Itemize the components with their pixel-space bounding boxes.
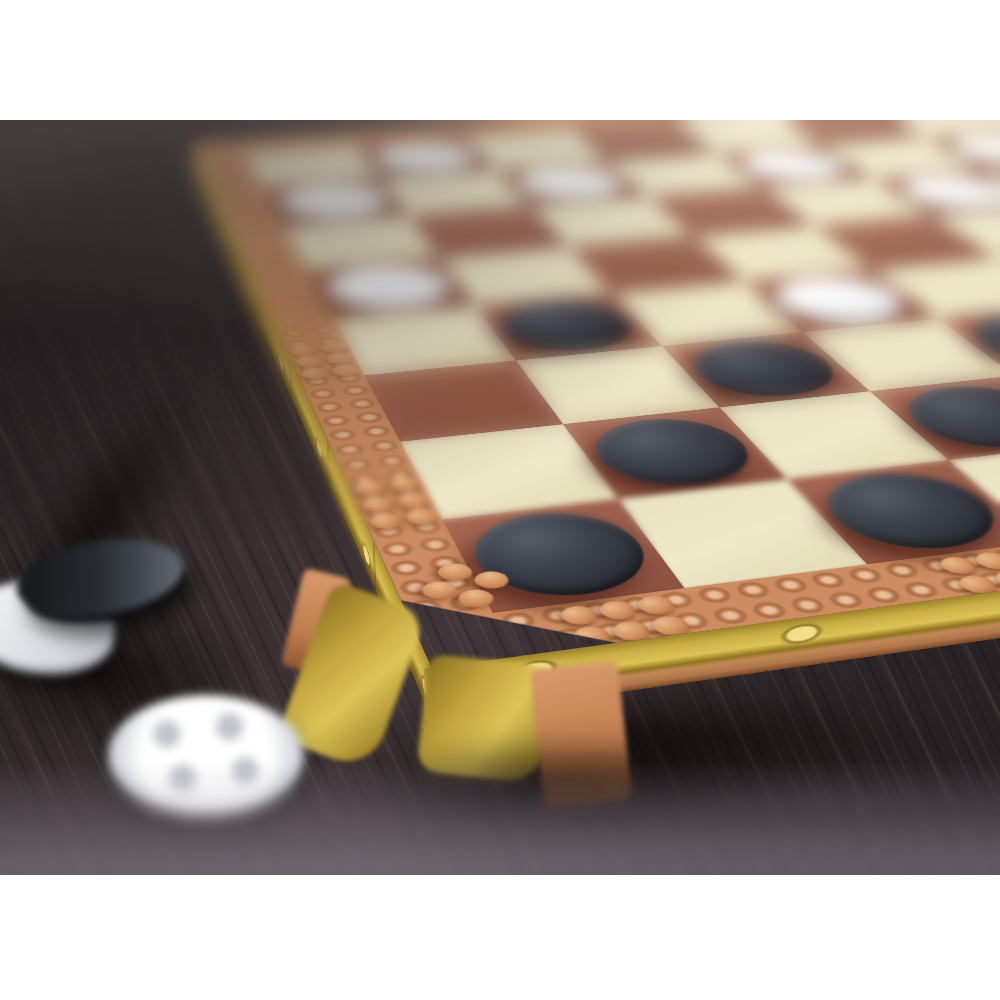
- lego-stud: [242, 243, 268, 252]
- lego-stud: [387, 476, 424, 493]
- lego-stud: [273, 250, 300, 260]
- lego-stud: [395, 491, 433, 509]
- lego-stud: [206, 165, 229, 172]
- lego-stud: [268, 241, 294, 250]
- lego-stud: [352, 480, 389, 497]
- lego-stud: [233, 170, 256, 177]
- lego-stud: [325, 352, 356, 365]
- lego-stud: [319, 341, 350, 353]
- lego-stud: [596, 599, 641, 621]
- lego-stud: [360, 495, 398, 513]
- lego-stud: [289, 344, 320, 356]
- lego-stud: [294, 355, 325, 368]
- lego-stud: [229, 164, 252, 171]
- corner-assembly-shadow: [330, 732, 800, 842]
- lego-stud: [209, 172, 232, 180]
- photo-frame: [0, 120, 1000, 875]
- lego-stud: [246, 252, 273, 262]
- loose-checker-white-flipped: [108, 695, 304, 817]
